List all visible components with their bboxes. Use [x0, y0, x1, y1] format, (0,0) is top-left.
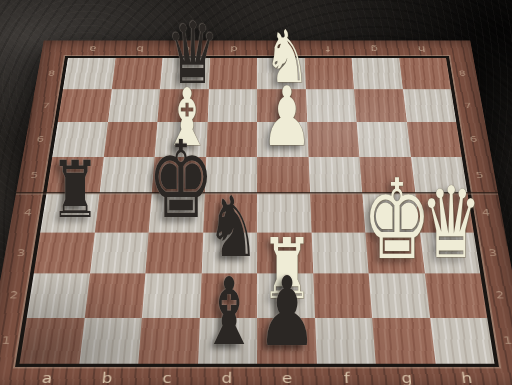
- square-h7[interactable]: [403, 89, 457, 122]
- square-b7[interactable]: [108, 89, 160, 122]
- square-c1[interactable]: [138, 317, 199, 364]
- square-h8[interactable]: [399, 58, 451, 89]
- square-b3[interactable]: [90, 232, 149, 273]
- file-label-near-c: c: [136, 364, 198, 385]
- file-label-near-b: b: [76, 364, 139, 385]
- square-b8[interactable]: [111, 58, 162, 89]
- rank-label-left-4: 4: [9, 193, 46, 232]
- file-label-near-h: h: [435, 364, 499, 385]
- piece-white-pawn-e6[interactable]: ♟: [262, 76, 313, 158]
- chess-photo-scene: abcdefgh 12345678 12345678 abcdefgh ♛♞♝♟…: [0, 0, 512, 385]
- square-g6[interactable]: [357, 122, 411, 157]
- file-label-far-a: a: [68, 40, 117, 57]
- piece-black-king-c4[interactable]: ♚: [148, 129, 215, 236]
- file-label-near-a: a: [15, 364, 79, 385]
- file-label-near-d: d: [197, 364, 258, 385]
- square-a3[interactable]: [34, 232, 95, 273]
- square-f7[interactable]: [306, 89, 357, 122]
- square-h1[interactable]: [430, 317, 495, 364]
- square-a7[interactable]: [58, 89, 112, 122]
- piece-white-queen-h3[interactable]: ♛: [420, 174, 482, 273]
- square-f1[interactable]: [315, 317, 376, 364]
- piece-black-pawn-e1[interactable]: ♟: [257, 264, 317, 360]
- rank-label-left-8: 8: [35, 58, 68, 89]
- file-label-near-g: g: [376, 364, 439, 385]
- rank-label-left-3: 3: [2, 232, 41, 273]
- square-c2[interactable]: [142, 273, 201, 317]
- square-a8[interactable]: [63, 58, 115, 89]
- rank-label-right-7: 7: [451, 89, 485, 122]
- square-b1[interactable]: [79, 317, 142, 364]
- file-label-far-b: b: [115, 40, 164, 57]
- rank-label-left-7: 7: [29, 89, 63, 122]
- square-f6[interactable]: [307, 122, 360, 157]
- piece-black-bishop-d1[interactable]: ♝: [200, 267, 258, 360]
- square-g1[interactable]: [372, 317, 435, 364]
- square-b4[interactable]: [94, 193, 151, 232]
- square-f5[interactable]: [308, 157, 362, 194]
- file-label-far-f: f: [304, 40, 352, 57]
- file-label-near-f: f: [316, 364, 378, 385]
- file-labels-far: abcdefgh: [68, 40, 446, 57]
- piece-black-knight-d3[interactable]: ♞: [206, 185, 259, 269]
- file-label-far-g: g: [350, 40, 399, 57]
- piece-black-rook-a4[interactable]: ♜: [51, 150, 100, 229]
- rank-label-right-8: 8: [446, 58, 479, 89]
- file-label-far-h: h: [397, 40, 446, 57]
- square-b5[interactable]: [99, 157, 155, 194]
- square-g7[interactable]: [354, 89, 406, 122]
- rank-label-right-6: 6: [456, 122, 491, 157]
- square-a1[interactable]: [19, 317, 84, 364]
- square-g8[interactable]: [352, 58, 403, 89]
- rank-label-left-5: 5: [16, 157, 52, 194]
- square-f4[interactable]: [310, 193, 366, 232]
- square-h6[interactable]: [406, 122, 461, 157]
- square-a2[interactable]: [27, 273, 90, 317]
- square-f3[interactable]: [311, 232, 368, 273]
- square-b2[interactable]: [84, 273, 145, 317]
